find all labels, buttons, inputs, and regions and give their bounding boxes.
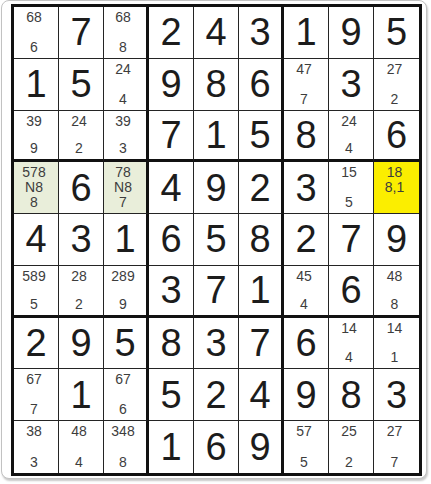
pencil-middle <box>376 77 413 91</box>
cell-r8c9[interactable]: 3 <box>374 369 419 421</box>
pencil-middle <box>286 283 322 297</box>
cell-r3c9[interactable]: 6 <box>374 111 419 163</box>
pencil-marks: 575 <box>284 421 328 473</box>
pencil-marks: 399 <box>14 111 58 160</box>
big-digit: 8 <box>160 324 181 362</box>
pencil-bottom: 4 <box>286 297 322 311</box>
cell-r2c1[interactable]: 1 <box>14 59 59 111</box>
pencil-middle <box>376 440 413 454</box>
pencil-bottom: 8 <box>106 40 140 54</box>
big-digit: 1 <box>70 376 91 414</box>
cell-r3c4[interactable]: 7 <box>149 111 194 163</box>
pencil-top: 27 <box>376 424 413 438</box>
pencil-top: 67 <box>106 372 140 386</box>
big-digit: 3 <box>160 271 181 309</box>
pencil-bottom: 3 <box>16 455 52 469</box>
big-digit: 5 <box>249 116 270 154</box>
cell-r3c1[interactable]: 399 <box>14 111 59 163</box>
pencil-top: 18 <box>376 165 413 179</box>
big-digit: 3 <box>70 220 91 258</box>
pencil-bottom: 4 <box>331 141 367 155</box>
pencil-marks: 676 <box>104 369 146 420</box>
big-digit: 2 <box>295 220 316 258</box>
big-digit: 2 <box>160 13 181 51</box>
pencil-top: 24 <box>106 62 140 76</box>
pencil-bottom: 6 <box>106 402 140 416</box>
cell-r2c9[interactable]: 272 <box>374 59 419 111</box>
pencil-top: 348 <box>106 424 140 438</box>
photo-frame: 6867688243195152449864773272399242393715… <box>1 0 427 479</box>
cell-r7c9[interactable]: 141 <box>374 318 419 370</box>
pencil-middle <box>61 283 97 297</box>
pencil-marks: 155 <box>329 162 373 213</box>
big-digit: 5 <box>386 13 407 51</box>
cell-r2c5[interactable]: 8 <box>194 59 239 111</box>
big-digit: 9 <box>70 324 91 362</box>
pencil-middle <box>106 77 140 91</box>
pencil-marks: 242 <box>59 111 103 160</box>
cell-r9c2[interactable]: 484 <box>59 421 104 473</box>
cell-r9c1[interactable]: 383 <box>14 421 59 473</box>
cell-r6c6[interactable]: 1 <box>239 266 284 318</box>
big-digit: 3 <box>340 65 361 103</box>
cell-r4c6[interactable]: 2 <box>239 162 284 214</box>
pencil-marks: 141 <box>374 318 419 369</box>
cell-r5c6[interactable]: 8 <box>239 214 284 266</box>
pencil-middle <box>331 440 367 454</box>
cell-r8c8[interactable]: 8 <box>329 369 374 421</box>
cell-r1c8[interactable]: 9 <box>329 7 374 59</box>
pencil-bottom: 8 <box>106 455 140 469</box>
big-digit: 8 <box>340 376 361 414</box>
cell-r9c6[interactable]: 9 <box>239 421 284 473</box>
pencil-top: 27 <box>376 62 413 76</box>
big-digit: 9 <box>295 376 316 414</box>
big-digit: 7 <box>160 116 181 154</box>
cell-r2c6[interactable]: 6 <box>239 59 284 111</box>
pencil-marks: 578N88 <box>14 162 58 213</box>
pencil-middle <box>16 128 52 142</box>
pencil-middle <box>376 283 413 297</box>
pencil-bottom: 5 <box>286 455 322 469</box>
cell-r4c5[interactable]: 9 <box>194 162 239 214</box>
cell-r8c3[interactable]: 676 <box>104 369 149 421</box>
big-digit: 6 <box>249 65 270 103</box>
big-digit: 1 <box>205 116 226 154</box>
cell-r1c5[interactable]: 4 <box>194 7 239 59</box>
pencil-marks: 2899 <box>104 266 146 315</box>
pencil-top: 39 <box>106 114 140 128</box>
cell-r3c6[interactable]: 5 <box>239 111 284 163</box>
cell-r5c2[interactable]: 3 <box>59 214 104 266</box>
cell-r9c4[interactable]: 1 <box>149 421 194 473</box>
pencil-middle <box>106 440 140 454</box>
pencil-marks: 484 <box>59 421 103 473</box>
cell-r4c4[interactable]: 4 <box>149 162 194 214</box>
pencil-bottom: 9 <box>16 141 52 155</box>
pencil-bottom: 3 <box>106 141 140 155</box>
big-digit: 5 <box>70 65 91 103</box>
big-digit: 6 <box>386 116 407 154</box>
big-digit: 7 <box>205 271 226 309</box>
big-digit: 4 <box>160 169 181 207</box>
pencil-bottom: 8 <box>376 297 413 311</box>
pencil-top: 289 <box>106 269 140 283</box>
cell-r8c1[interactable]: 677 <box>14 369 59 421</box>
pencil-top: 578 <box>16 165 52 179</box>
pencil-middle <box>61 128 97 142</box>
big-digit: 4 <box>25 220 46 258</box>
pencil-middle: N8 <box>16 180 52 194</box>
cell-r3c5[interactable]: 1 <box>194 111 239 163</box>
big-digit: 1 <box>249 271 270 309</box>
pencil-bottom: 4 <box>106 92 140 106</box>
big-digit: 6 <box>205 428 226 466</box>
big-digit: 5 <box>160 376 181 414</box>
pencil-bottom: 7 <box>376 455 413 469</box>
cell-r8c6[interactable]: 4 <box>239 369 284 421</box>
cell-r6c5[interactable]: 7 <box>194 266 239 318</box>
cell-r6c3[interactable]: 2899 <box>104 266 149 318</box>
big-digit: 6 <box>70 169 91 207</box>
pencil-top: 25 <box>331 424 367 438</box>
big-digit: 1 <box>114 220 135 258</box>
cell-r7c4[interactable]: 8 <box>149 318 194 370</box>
pencil-marks: 383 <box>14 421 58 473</box>
pencil-bottom: 7 <box>16 402 52 416</box>
cell-r6c1[interactable]: 5895 <box>14 266 59 318</box>
pencil-marks: 252 <box>329 421 373 473</box>
pencil-bottom: 8 <box>16 195 52 209</box>
big-digit: 5 <box>114 324 135 362</box>
pencil-top: 14 <box>376 321 413 335</box>
cell-r1c3[interactable]: 688 <box>104 7 149 59</box>
pencil-marks: 188,1 <box>374 162 419 213</box>
cell-r3c3[interactable]: 393 <box>104 111 149 163</box>
pencil-marks: 144 <box>329 318 373 369</box>
pencil-middle <box>376 336 413 350</box>
cell-r4c9[interactable]: 188,1 <box>374 162 419 214</box>
big-digit: 1 <box>25 65 46 103</box>
cell-r7c7[interactable]: 6 <box>284 318 329 370</box>
cell-r6c8[interactable]: 6 <box>329 266 374 318</box>
cell-r9c9[interactable]: 277 <box>374 421 419 473</box>
pencil-top: 28 <box>61 269 97 283</box>
pencil-top: 48 <box>61 424 97 438</box>
cell-r3c7[interactable]: 8 <box>284 111 329 163</box>
cell-r1c6[interactable]: 3 <box>239 7 284 59</box>
pencil-marks: 277 <box>374 421 419 473</box>
pencil-middle <box>286 440 322 454</box>
cell-r5c3[interactable]: 1 <box>104 214 149 266</box>
pencil-bottom: 5 <box>16 297 52 311</box>
big-digit: 6 <box>295 324 316 362</box>
cell-r3c8[interactable]: 244 <box>329 111 374 163</box>
cell-r2c3[interactable]: 244 <box>104 59 149 111</box>
pencil-marks: 78N87 <box>104 162 146 213</box>
big-digit: 9 <box>340 13 361 51</box>
cell-r5c9[interactable]: 9 <box>374 214 419 266</box>
big-digit: 5 <box>205 220 226 258</box>
pencil-bottom: 4 <box>331 350 367 364</box>
cell-r6c4[interactable]: 3 <box>149 266 194 318</box>
cell-r5c7[interactable]: 2 <box>284 214 329 266</box>
cell-r1c9[interactable]: 5 <box>374 7 419 59</box>
pencil-top: 14 <box>331 321 367 335</box>
pencil-bottom: 7 <box>106 195 140 209</box>
pencil-marks: 5895 <box>14 266 58 315</box>
cell-r2c4[interactable]: 9 <box>149 59 194 111</box>
pencil-marks: 393 <box>104 111 146 160</box>
pencil-middle <box>331 336 367 350</box>
cell-r5c1[interactable]: 4 <box>14 214 59 266</box>
pencil-marks: 686 <box>14 7 58 58</box>
cell-r1c4[interactable]: 2 <box>149 7 194 59</box>
cell-r9c7[interactable]: 575 <box>284 421 329 473</box>
pencil-bottom: 9 <box>106 297 140 311</box>
pencil-bottom: 2 <box>61 141 97 155</box>
pencil-top: 589 <box>16 269 52 283</box>
pencil-bottom: 2 <box>376 92 413 106</box>
big-digit: 8 <box>249 220 270 258</box>
big-digit: 7 <box>340 220 361 258</box>
pencil-middle <box>286 77 322 91</box>
pencil-middle <box>16 25 52 39</box>
big-digit: 3 <box>205 324 226 362</box>
pencil-middle <box>106 128 140 142</box>
cell-r6c2[interactable]: 282 <box>59 266 104 318</box>
big-digit: 1 <box>295 13 316 51</box>
pencil-marks: 282 <box>59 266 103 315</box>
pencil-top: 38 <box>16 424 52 438</box>
pencil-middle <box>16 440 52 454</box>
big-digit: 6 <box>160 220 181 258</box>
pencil-top: 24 <box>331 114 367 128</box>
big-digit: 1 <box>160 428 181 466</box>
big-digit: 8 <box>295 116 316 154</box>
cell-r2c8[interactable]: 3 <box>329 59 374 111</box>
cell-r8c4[interactable]: 5 <box>149 369 194 421</box>
big-digit: 7 <box>249 324 270 362</box>
big-digit: 9 <box>160 65 181 103</box>
cell-r8c7[interactable]: 9 <box>284 369 329 421</box>
pencil-top: 68 <box>16 10 52 24</box>
pencil-middle <box>16 283 52 297</box>
pencil-top: 48 <box>376 269 413 283</box>
pencil-middle: 8,1 <box>376 180 413 194</box>
pencil-marks: 454 <box>284 266 328 315</box>
cell-r4c7[interactable]: 3 <box>284 162 329 214</box>
cell-r8c2[interactable]: 1 <box>59 369 104 421</box>
big-digit: 9 <box>205 169 226 207</box>
pencil-middle <box>61 440 97 454</box>
pencil-bottom: 7 <box>286 92 322 106</box>
big-digit: 6 <box>340 271 361 309</box>
big-digit: 2 <box>249 169 270 207</box>
pencil-top: 68 <box>106 10 140 24</box>
pencil-marks: 688 <box>104 7 146 58</box>
big-digit: 9 <box>386 220 407 258</box>
cell-r5c5[interactable]: 5 <box>194 214 239 266</box>
big-digit: 8 <box>205 65 226 103</box>
pencil-top: 78 <box>106 165 140 179</box>
cell-r4c1[interactable]: 578N88 <box>14 162 59 214</box>
cell-r5c8[interactable]: 7 <box>329 214 374 266</box>
cell-r7c5[interactable]: 3 <box>194 318 239 370</box>
pencil-middle <box>331 128 367 142</box>
cell-r1c1[interactable]: 686 <box>14 7 59 59</box>
big-digit: 9 <box>249 428 270 466</box>
cell-r4c8[interactable]: 155 <box>329 162 374 214</box>
pencil-top: 24 <box>61 114 97 128</box>
cell-r2c2[interactable]: 5 <box>59 59 104 111</box>
big-digit: 2 <box>205 376 226 414</box>
pencil-marks: 244 <box>104 59 146 110</box>
pencil-marks: 272 <box>374 59 419 110</box>
cell-r2c7[interactable]: 477 <box>284 59 329 111</box>
pencil-marks: 244 <box>329 111 373 160</box>
pencil-bottom: 2 <box>331 455 367 469</box>
big-digit: 2 <box>25 324 46 362</box>
cell-r5c4[interactable]: 6 <box>149 214 194 266</box>
cell-r9c5[interactable]: 6 <box>194 421 239 473</box>
pencil-top: 67 <box>16 372 52 386</box>
pencil-middle <box>106 387 140 401</box>
sudoku-board: 6867688243195152449864773272399242393715… <box>11 4 422 476</box>
cell-r3c2[interactable]: 242 <box>59 111 104 163</box>
pencil-bottom: 5 <box>331 195 367 209</box>
pencil-bottom: 2 <box>61 297 97 311</box>
cell-r9c3[interactable]: 3488 <box>104 421 149 473</box>
big-digit: 7 <box>70 13 91 51</box>
cell-r1c2[interactable]: 7 <box>59 7 104 59</box>
pencil-top: 57 <box>286 424 322 438</box>
pencil-bottom: 1 <box>376 350 413 364</box>
pencil-top: 39 <box>16 114 52 128</box>
pencil-bottom: 6 <box>16 40 52 54</box>
cell-r7c1[interactable]: 2 <box>14 318 59 370</box>
cell-r1c7[interactable]: 1 <box>284 7 329 59</box>
pencil-marks: 3488 <box>104 421 146 473</box>
big-digit: 3 <box>386 376 407 414</box>
pencil-middle <box>331 180 367 194</box>
pencil-marks: 477 <box>284 59 328 110</box>
cell-r8c5[interactable]: 2 <box>194 369 239 421</box>
cell-r4c3[interactable]: 78N87 <box>104 162 149 214</box>
pencil-middle <box>106 25 140 39</box>
cell-r7c8[interactable]: 144 <box>329 318 374 370</box>
big-digit: 4 <box>249 376 270 414</box>
big-digit: 4 <box>205 13 226 51</box>
pencil-bottom <box>376 195 413 209</box>
cell-r7c2[interactable]: 9 <box>59 318 104 370</box>
pencil-middle <box>16 387 52 401</box>
cell-r7c6[interactable]: 7 <box>239 318 284 370</box>
cell-r7c3[interactable]: 5 <box>104 318 149 370</box>
pencil-top: 15 <box>331 165 367 179</box>
pencil-bottom: 4 <box>61 455 97 469</box>
pencil-top: 47 <box>286 62 322 76</box>
big-digit: 3 <box>295 169 316 207</box>
pencil-marks: 677 <box>14 369 58 420</box>
pencil-middle <box>106 283 140 297</box>
pencil-top: 45 <box>286 269 322 283</box>
big-digit: 3 <box>249 13 270 51</box>
cell-r9c8[interactable]: 252 <box>329 421 374 473</box>
pencil-marks: 488 <box>374 266 419 315</box>
cell-r6c7[interactable]: 454 <box>284 266 329 318</box>
pencil-middle: N8 <box>106 180 140 194</box>
cell-r4c2[interactable]: 6 <box>59 162 104 214</box>
cell-r6c9[interactable]: 488 <box>374 266 419 318</box>
